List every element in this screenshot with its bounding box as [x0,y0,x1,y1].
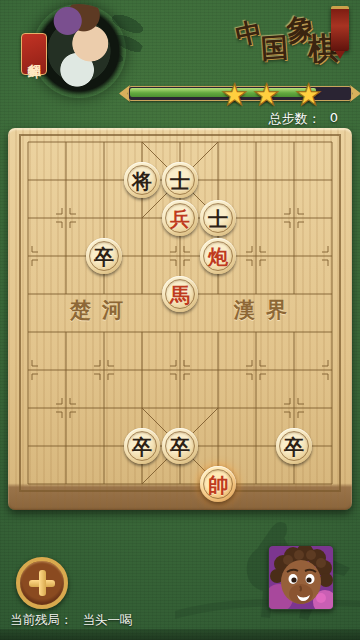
bar-right-arrow-icon [350,85,360,102]
piece-black-将[interactable]: 将 [124,162,160,198]
piece-character: 馬 [170,285,190,305]
steps-label: 总步数： [269,110,321,128]
piece-character: 帥 [208,475,228,495]
piece-black-士[interactable]: 士 [200,200,236,236]
piece-character: 卒 [132,437,152,457]
star-icon: ★ [295,80,322,110]
piece-black-卒[interactable]: 卒 [162,428,198,464]
piece-character: 炮 [208,247,228,267]
piece-character: 卒 [170,437,190,457]
bar-left-arrow-icon [119,85,130,102]
bottom-strip [0,629,360,640]
player-avatar-image [269,546,333,609]
river-label-right: 漢界 [234,296,298,324]
puzzle-label: 当前残局： [10,612,73,629]
star-progress-bar: ★★★ [128,86,352,101]
piece-black-卒[interactable]: 卒 [86,238,122,274]
piece-character: 士 [208,209,228,229]
piece-character: 将 [132,171,152,191]
player-avatar[interactable] [268,545,334,610]
opponent-name-seal: 貂蝉 [21,33,47,75]
title-char-2: 国 [260,29,289,67]
star-icon: ★ [221,80,248,110]
star-icon: ★ [253,80,280,110]
step-counter: 总步数：0 [269,110,338,128]
piece-red-炮[interactable]: 炮 [200,238,236,274]
piece-red-兵[interactable]: 兵 [162,200,198,236]
puzzle-name: 当头一喝 [83,612,133,629]
piece-black-卒[interactable]: 卒 [124,428,160,464]
piece-black-卒[interactable]: 卒 [276,428,312,464]
piece-character: 兵 [170,209,190,229]
xiangqi-board[interactable]: 楚河 漢界 将士士卒卒卒卒兵炮馬帥 [8,128,352,510]
piece-character: 卒 [94,247,114,267]
add-button[interactable] [16,557,68,609]
app-screen: { "game": "xiangqi (Chinese Chess endgam… [0,0,360,640]
steps-value: 0 [330,110,338,128]
piece-black-士[interactable]: 士 [162,162,198,198]
piece-red-馬[interactable]: 馬 [162,276,198,312]
red-banner-ornament [331,6,349,51]
piece-character: 卒 [284,437,304,457]
piece-character: 士 [170,171,190,191]
river-label-left: 楚河 [70,296,134,324]
piece-red-帥[interactable]: 帥 [200,466,236,502]
puzzle-caption: 当前残局： 当头一喝 [10,612,133,629]
